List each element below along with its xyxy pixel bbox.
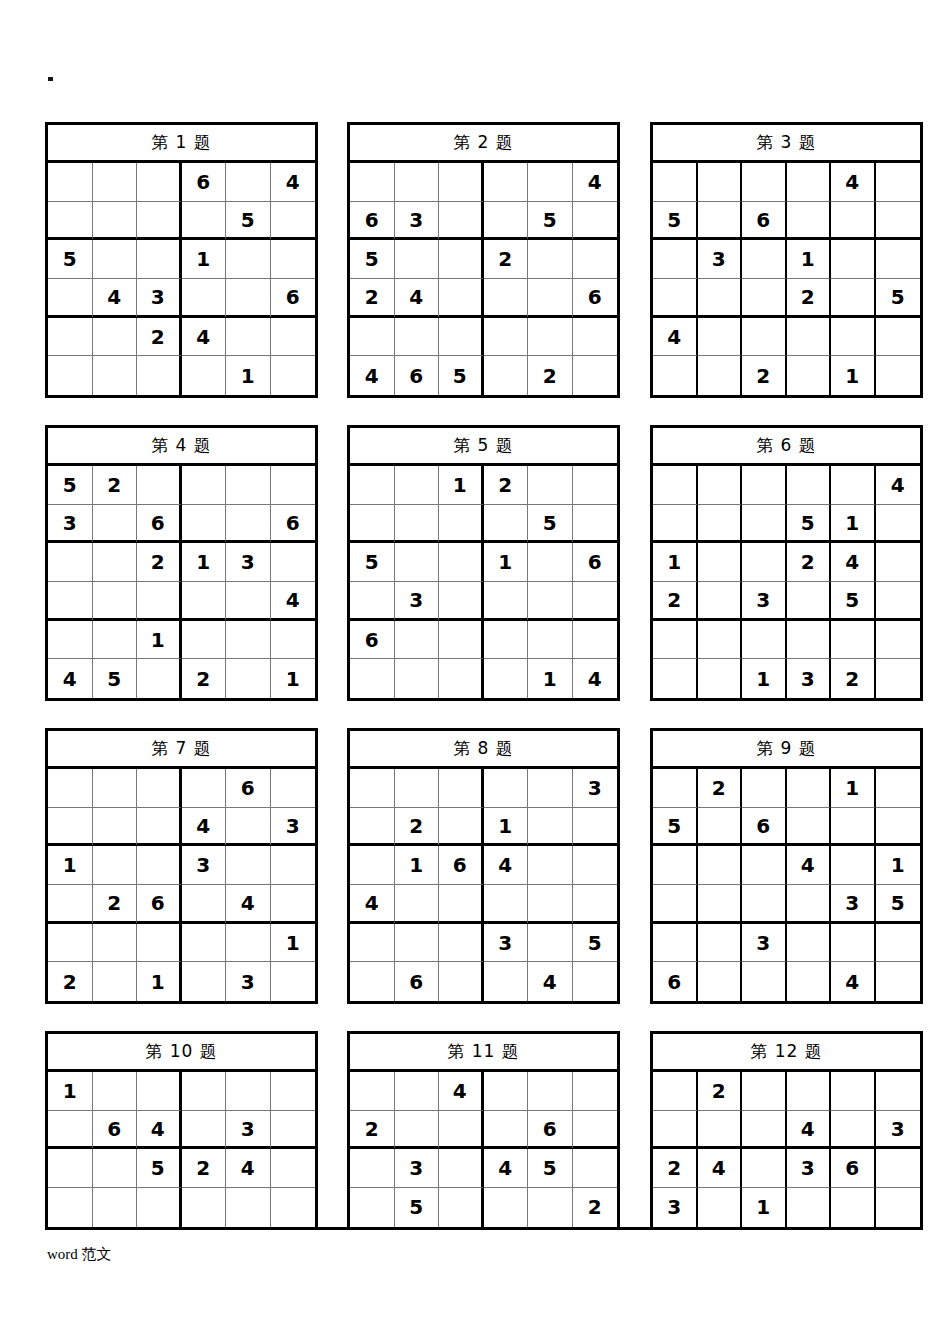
cell-r4c1: 3 bbox=[653, 1188, 698, 1227]
puzzle-sheet: 第 1 题64551436241第 2 题4635522464652第 3 题4… bbox=[0, 0, 950, 1344]
cell-r4c6: 2 bbox=[573, 1188, 618, 1227]
cell-r1c2 bbox=[93, 769, 138, 808]
cell-r3c5: 4 bbox=[831, 543, 876, 582]
cell-r5c3 bbox=[439, 924, 484, 963]
puzzle-7: 第 7 题643132641213 bbox=[45, 728, 318, 1004]
cell-r1c1 bbox=[350, 769, 395, 808]
cell-r1c6 bbox=[271, 466, 316, 505]
cell-r2c6: 3 bbox=[271, 808, 316, 847]
cell-r2c2 bbox=[93, 808, 138, 847]
cell-r3c6 bbox=[876, 543, 921, 582]
cell-r3c1: 1 bbox=[48, 846, 93, 885]
cell-r1c6 bbox=[271, 1072, 316, 1111]
cell-r1c2 bbox=[395, 466, 440, 505]
cell-r3c3: 5 bbox=[137, 1149, 182, 1188]
cell-r3c4: 1 bbox=[787, 240, 832, 279]
cell-r1c2 bbox=[395, 163, 440, 202]
cell-r3c5: 3 bbox=[226, 543, 271, 582]
cell-r1c2: 2 bbox=[93, 466, 138, 505]
cell-r2c1 bbox=[653, 505, 698, 544]
cell-r4c3 bbox=[439, 1188, 484, 1227]
cell-r3c4: 2 bbox=[182, 1149, 227, 1188]
puzzle-1-title: 第 1 题 bbox=[48, 125, 315, 163]
cell-r3c4: 1 bbox=[182, 240, 227, 279]
cell-r1c5 bbox=[226, 163, 271, 202]
cell-r6c5: 1 bbox=[528, 659, 573, 698]
cell-r2c4: 4 bbox=[787, 1111, 832, 1150]
cell-r3c5 bbox=[831, 846, 876, 885]
cell-r6c3: 1 bbox=[137, 962, 182, 1001]
sudoku-grid: 4563125421 bbox=[653, 163, 920, 395]
cell-r4c6: 5 bbox=[876, 279, 921, 318]
cell-r2c5 bbox=[226, 808, 271, 847]
cell-r3c6 bbox=[271, 543, 316, 582]
cell-r6c6 bbox=[271, 356, 316, 395]
puzzle-2: 第 2 题4635522464652 bbox=[347, 122, 620, 398]
cell-r3c3 bbox=[742, 1149, 787, 1188]
cell-r6c3 bbox=[439, 659, 484, 698]
cell-r1c4 bbox=[484, 1072, 529, 1111]
cell-r3c5: 5 bbox=[528, 1149, 573, 1188]
cell-r2c3 bbox=[439, 808, 484, 847]
cell-r4c4 bbox=[484, 582, 529, 621]
cell-r6c6 bbox=[876, 962, 921, 1001]
cell-r4c1 bbox=[350, 1188, 395, 1227]
cell-r6c6 bbox=[573, 356, 618, 395]
cell-r5c3 bbox=[742, 318, 787, 357]
cell-r3c4: 3 bbox=[182, 846, 227, 885]
cell-r5c5 bbox=[831, 621, 876, 660]
cell-r3c4: 4 bbox=[484, 846, 529, 885]
cell-r3c3 bbox=[439, 543, 484, 582]
cell-r1c3 bbox=[742, 466, 787, 505]
cell-r3c1 bbox=[350, 846, 395, 885]
cell-r6c1 bbox=[653, 659, 698, 698]
cell-r2c3: 6 bbox=[742, 808, 787, 847]
cell-r2c6 bbox=[876, 202, 921, 241]
cell-r2c5: 1 bbox=[831, 505, 876, 544]
cell-r1c5 bbox=[226, 466, 271, 505]
cell-r5c2 bbox=[93, 318, 138, 357]
cell-r4c3: 1 bbox=[742, 1188, 787, 1227]
cell-r6c2 bbox=[93, 962, 138, 1001]
cell-r4c4 bbox=[787, 1188, 832, 1227]
cell-r2c4: 1 bbox=[484, 808, 529, 847]
cell-r3c5 bbox=[528, 846, 573, 885]
cell-r2c2: 3 bbox=[395, 202, 440, 241]
cell-r4c6 bbox=[876, 582, 921, 621]
cell-r2c1 bbox=[350, 505, 395, 544]
cell-r3c6: 6 bbox=[573, 543, 618, 582]
cell-r6c3: 2 bbox=[742, 356, 787, 395]
puzzle-3: 第 3 题4563125421 bbox=[650, 122, 923, 398]
puzzle-5: 第 5 题1255163614 bbox=[347, 425, 620, 701]
cell-r1c1 bbox=[48, 769, 93, 808]
puzzle-9-title: 第 9 题 bbox=[653, 731, 920, 769]
cell-r5c6 bbox=[876, 318, 921, 357]
cell-r4c3: 6 bbox=[137, 885, 182, 924]
cell-r6c1: 2 bbox=[48, 962, 93, 1001]
cell-r6c5: 1 bbox=[831, 356, 876, 395]
cell-r5c1 bbox=[48, 318, 93, 357]
cell-r6c5: 4 bbox=[831, 962, 876, 1001]
cell-r2c3 bbox=[439, 505, 484, 544]
cell-r4c4 bbox=[182, 885, 227, 924]
cell-r4c1 bbox=[48, 582, 93, 621]
cell-r5c6 bbox=[271, 318, 316, 357]
cell-r3c3 bbox=[742, 846, 787, 885]
puzzle-11: 第 11 题42634552 bbox=[347, 1031, 620, 1230]
cell-r3c1: 5 bbox=[48, 240, 93, 279]
cell-r1c5 bbox=[528, 466, 573, 505]
cell-r3c1 bbox=[48, 543, 93, 582]
cell-r2c5: 6 bbox=[528, 1111, 573, 1150]
cell-r6c3 bbox=[742, 962, 787, 1001]
cell-r6c3: 1 bbox=[742, 659, 787, 698]
cell-r1c3 bbox=[439, 769, 484, 808]
cell-r6c5: 2 bbox=[831, 659, 876, 698]
cell-r5c5 bbox=[226, 621, 271, 660]
cell-r6c3 bbox=[137, 356, 182, 395]
cell-r3c4: 3 bbox=[787, 1149, 832, 1188]
cell-r4c4 bbox=[787, 582, 832, 621]
cell-r1c5 bbox=[528, 769, 573, 808]
sudoku-grid: 4635522464652 bbox=[350, 163, 617, 395]
cell-r1c4 bbox=[182, 466, 227, 505]
cell-r1c3: 4 bbox=[439, 1072, 484, 1111]
cell-r4c6: 4 bbox=[271, 582, 316, 621]
puzzle-12-title: 第 12 题 bbox=[653, 1034, 920, 1072]
cell-r2c4: 4 bbox=[182, 808, 227, 847]
cell-r4c4: 2 bbox=[787, 279, 832, 318]
cell-r4c6: 6 bbox=[573, 279, 618, 318]
cell-r2c3 bbox=[137, 202, 182, 241]
cell-r5c6 bbox=[876, 924, 921, 963]
cell-r4c2 bbox=[698, 582, 743, 621]
cell-r3c4: 1 bbox=[182, 543, 227, 582]
cell-r2c5 bbox=[831, 1111, 876, 1150]
cell-r4c2 bbox=[698, 1188, 743, 1227]
cell-r6c6 bbox=[573, 962, 618, 1001]
cell-r5c2 bbox=[698, 924, 743, 963]
cell-r6c6 bbox=[876, 356, 921, 395]
cell-r1c4 bbox=[484, 769, 529, 808]
cell-r4c1 bbox=[48, 885, 93, 924]
cell-r3c6 bbox=[876, 1149, 921, 1188]
cell-r3c1: 5 bbox=[350, 543, 395, 582]
cell-r5c5 bbox=[831, 924, 876, 963]
cell-r2c5 bbox=[528, 808, 573, 847]
puzzle-1: 第 1 题64551436241 bbox=[45, 122, 318, 398]
cell-r5c4 bbox=[484, 318, 529, 357]
cell-r2c4 bbox=[484, 505, 529, 544]
cell-r6c1 bbox=[653, 356, 698, 395]
cell-r2c6 bbox=[573, 505, 618, 544]
cell-r4c4 bbox=[787, 885, 832, 924]
cell-r5c2 bbox=[395, 924, 440, 963]
cell-r6c1 bbox=[350, 659, 395, 698]
cell-r6c4 bbox=[484, 356, 529, 395]
cell-r4c6: 6 bbox=[271, 279, 316, 318]
cell-r6c5: 4 bbox=[528, 962, 573, 1001]
cell-r4c2 bbox=[698, 279, 743, 318]
cell-r6c4 bbox=[787, 356, 832, 395]
cell-r2c4 bbox=[182, 505, 227, 544]
cell-r4c1 bbox=[48, 279, 93, 318]
cell-r5c6 bbox=[573, 318, 618, 357]
cell-r6c6 bbox=[271, 962, 316, 1001]
cell-r4c2 bbox=[93, 1188, 138, 1227]
cell-r5c4: 4 bbox=[182, 318, 227, 357]
cell-r4c6 bbox=[573, 582, 618, 621]
cell-r2c4 bbox=[787, 808, 832, 847]
cell-r1c3 bbox=[137, 769, 182, 808]
cell-r4c6 bbox=[573, 885, 618, 924]
cell-r3c4: 2 bbox=[787, 543, 832, 582]
cell-r4c1 bbox=[48, 1188, 93, 1227]
cell-r3c4: 4 bbox=[787, 846, 832, 885]
cell-r2c5 bbox=[831, 808, 876, 847]
cell-r3c2 bbox=[395, 240, 440, 279]
cell-r1c1: 5 bbox=[48, 466, 93, 505]
cell-r3c1 bbox=[48, 1149, 93, 1188]
cell-r5c5 bbox=[226, 924, 271, 963]
cell-r4c4 bbox=[182, 582, 227, 621]
cell-r2c4 bbox=[484, 1111, 529, 1150]
cell-r1c2: 2 bbox=[698, 769, 743, 808]
cell-r2c3 bbox=[439, 1111, 484, 1150]
cell-r5c3 bbox=[439, 621, 484, 660]
cell-r6c2: 6 bbox=[395, 356, 440, 395]
cell-r1c1: 1 bbox=[48, 1072, 93, 1111]
cell-r3c2 bbox=[698, 846, 743, 885]
cell-r4c5 bbox=[226, 279, 271, 318]
footer-text: word 范文 bbox=[47, 1245, 112, 1264]
cell-r5c4 bbox=[484, 621, 529, 660]
cell-r4c5 bbox=[831, 1188, 876, 1227]
cell-r3c5 bbox=[226, 240, 271, 279]
puzzle-12: 第 12 题243243631 bbox=[650, 1031, 923, 1230]
cell-r3c6 bbox=[573, 1149, 618, 1188]
cell-r2c2 bbox=[93, 202, 138, 241]
cell-r3c3: 6 bbox=[439, 846, 484, 885]
cell-r5c6 bbox=[573, 621, 618, 660]
cell-r5c5 bbox=[831, 318, 876, 357]
cell-r2c5: 5 bbox=[528, 505, 573, 544]
cell-r2c6 bbox=[876, 808, 921, 847]
cell-r5c3 bbox=[439, 318, 484, 357]
cell-r5c5 bbox=[528, 318, 573, 357]
cell-r3c5: 4 bbox=[226, 1149, 271, 1188]
cell-r5c3 bbox=[137, 924, 182, 963]
cell-r2c3 bbox=[742, 1111, 787, 1150]
cell-r1c6: 4 bbox=[876, 466, 921, 505]
cell-r2c2 bbox=[395, 505, 440, 544]
puzzle-4-title: 第 4 题 bbox=[48, 428, 315, 466]
cell-r6c5: 2 bbox=[528, 356, 573, 395]
cell-r1c5 bbox=[831, 1072, 876, 1111]
cell-r4c3 bbox=[439, 885, 484, 924]
cell-r1c4 bbox=[787, 1072, 832, 1111]
cell-r5c6 bbox=[271, 621, 316, 660]
cell-r4c5 bbox=[226, 582, 271, 621]
puzzle-3-title: 第 3 题 bbox=[653, 125, 920, 163]
cell-r3c1: 1 bbox=[653, 543, 698, 582]
cell-r3c6 bbox=[573, 240, 618, 279]
cell-r2c2 bbox=[698, 202, 743, 241]
cell-r3c1 bbox=[350, 1149, 395, 1188]
cell-r3c2 bbox=[395, 543, 440, 582]
cell-r4c6 bbox=[271, 1188, 316, 1227]
cell-r6c1: 4 bbox=[350, 356, 395, 395]
cell-r3c5 bbox=[226, 846, 271, 885]
cell-r5c1 bbox=[350, 924, 395, 963]
cell-r6c4: 2 bbox=[182, 659, 227, 698]
cell-r5c1 bbox=[350, 318, 395, 357]
sudoku-grid: 243243631 bbox=[653, 1072, 920, 1227]
cell-r2c2 bbox=[698, 505, 743, 544]
cell-r2c1: 6 bbox=[350, 202, 395, 241]
cell-r5c2 bbox=[93, 621, 138, 660]
cell-r2c6 bbox=[271, 202, 316, 241]
cell-r1c1 bbox=[653, 163, 698, 202]
cell-r2c1: 5 bbox=[653, 202, 698, 241]
cell-r1c3 bbox=[742, 1072, 787, 1111]
cell-r4c1: 2 bbox=[653, 582, 698, 621]
cell-r1c2 bbox=[395, 769, 440, 808]
cell-r1c5 bbox=[528, 163, 573, 202]
puzzle-9: 第 9 题21564135364 bbox=[650, 728, 923, 1004]
cell-r2c3 bbox=[137, 808, 182, 847]
cell-r6c1 bbox=[350, 962, 395, 1001]
cell-r2c4 bbox=[484, 202, 529, 241]
cell-r6c6: 1 bbox=[271, 659, 316, 698]
cell-r5c1 bbox=[48, 621, 93, 660]
cell-r3c2 bbox=[93, 846, 138, 885]
cell-r1c4 bbox=[787, 769, 832, 808]
cell-r5c2 bbox=[698, 621, 743, 660]
cell-r3c3 bbox=[742, 543, 787, 582]
cell-r2c3: 6 bbox=[137, 505, 182, 544]
cell-r4c2: 2 bbox=[93, 885, 138, 924]
cell-r3c4: 2 bbox=[484, 240, 529, 279]
cell-r3c2 bbox=[93, 543, 138, 582]
cell-r4c5 bbox=[831, 279, 876, 318]
cell-r3c1 bbox=[653, 846, 698, 885]
cell-r1c5: 6 bbox=[226, 769, 271, 808]
cell-r6c4: 3 bbox=[787, 659, 832, 698]
cell-r4c2: 3 bbox=[395, 582, 440, 621]
cell-r2c3 bbox=[742, 505, 787, 544]
cell-r2c6 bbox=[573, 202, 618, 241]
cell-r4c3 bbox=[439, 279, 484, 318]
cell-r1c4 bbox=[787, 163, 832, 202]
cell-r2c1 bbox=[653, 1111, 698, 1150]
cell-r6c1: 6 bbox=[653, 962, 698, 1001]
cell-r4c4 bbox=[182, 279, 227, 318]
cell-r1c3 bbox=[742, 163, 787, 202]
sudoku-grid: 1255163614 bbox=[350, 466, 617, 698]
puzzle-4: 第 4 题52366213414521 bbox=[45, 425, 318, 701]
cell-r4c2: 4 bbox=[93, 279, 138, 318]
cell-r6c6 bbox=[876, 659, 921, 698]
cell-r2c2 bbox=[698, 1111, 743, 1150]
cell-r2c2: 6 bbox=[93, 1111, 138, 1150]
cell-r4c3: 3 bbox=[137, 279, 182, 318]
cell-r5c3: 3 bbox=[742, 924, 787, 963]
cell-r6c4 bbox=[787, 962, 832, 1001]
cell-r1c3 bbox=[137, 466, 182, 505]
cell-r4c5 bbox=[528, 885, 573, 924]
cell-r2c2: 2 bbox=[395, 808, 440, 847]
cell-r2c6 bbox=[876, 505, 921, 544]
puzzle-10-title: 第 10 题 bbox=[48, 1034, 315, 1072]
cell-r4c4 bbox=[484, 1188, 529, 1227]
sudoku-grid: 1643524 bbox=[48, 1072, 315, 1227]
cell-r4c6 bbox=[876, 1188, 921, 1227]
cell-r1c3 bbox=[137, 163, 182, 202]
cell-r3c2: 4 bbox=[698, 1149, 743, 1188]
cell-r2c6: 6 bbox=[271, 505, 316, 544]
cell-r2c1 bbox=[48, 1111, 93, 1150]
cell-r2c4 bbox=[182, 1111, 227, 1150]
cell-r6c2 bbox=[698, 356, 743, 395]
cell-r3c1: 5 bbox=[350, 240, 395, 279]
cell-r6c5: 3 bbox=[226, 962, 271, 1001]
cell-r2c1: 2 bbox=[350, 1111, 395, 1150]
cell-r5c4 bbox=[787, 924, 832, 963]
cell-r4c1: 2 bbox=[350, 279, 395, 318]
cell-r4c6 bbox=[271, 885, 316, 924]
cell-r2c1: 5 bbox=[653, 808, 698, 847]
puzzle-8: 第 8 题32116443564 bbox=[347, 728, 620, 1004]
cell-r3c5 bbox=[831, 240, 876, 279]
cell-r4c4 bbox=[484, 279, 529, 318]
cell-r1c4: 6 bbox=[182, 163, 227, 202]
cell-r1c4 bbox=[787, 466, 832, 505]
cell-r3c5 bbox=[528, 543, 573, 582]
cell-r1c1 bbox=[653, 466, 698, 505]
puzzle-6: 第 6 题451124235132 bbox=[650, 425, 923, 701]
cell-r3c3 bbox=[439, 240, 484, 279]
cell-r5c2 bbox=[395, 621, 440, 660]
cell-r3c5: 6 bbox=[831, 1149, 876, 1188]
cell-r3c5 bbox=[528, 240, 573, 279]
sudoku-grid: 451124235132 bbox=[653, 466, 920, 698]
cell-r4c3 bbox=[137, 1188, 182, 1227]
sudoku-grid: 643132641213 bbox=[48, 769, 315, 1001]
cell-r1c5 bbox=[831, 466, 876, 505]
cell-r5c1 bbox=[48, 924, 93, 963]
cell-r3c1 bbox=[653, 240, 698, 279]
cell-r3c2: 3 bbox=[698, 240, 743, 279]
cell-r2c3 bbox=[439, 202, 484, 241]
cell-r2c4 bbox=[182, 202, 227, 241]
cell-r6c2 bbox=[93, 356, 138, 395]
cell-r4c2 bbox=[395, 885, 440, 924]
cell-r3c6 bbox=[271, 240, 316, 279]
cell-r6c1 bbox=[48, 356, 93, 395]
sudoku-grid: 42634552 bbox=[350, 1072, 617, 1227]
cell-r4c1 bbox=[653, 279, 698, 318]
cell-r4c5 bbox=[528, 279, 573, 318]
cell-r4c3: 3 bbox=[742, 582, 787, 621]
cell-r4c3 bbox=[742, 279, 787, 318]
cell-r3c3 bbox=[742, 240, 787, 279]
cell-r1c5 bbox=[528, 1072, 573, 1111]
puzzle-10: 第 10 题1643524 bbox=[45, 1031, 318, 1230]
cell-r5c4 bbox=[182, 621, 227, 660]
